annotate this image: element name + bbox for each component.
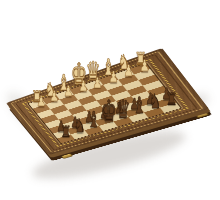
product-photo-stage: ♜♞♝♚♛♝♞♜♟♟♟♟♟♟♟♟♟♟♟♟♟♟♟♟♜♞♝♚♛♝♞♜ — [0, 0, 220, 200]
